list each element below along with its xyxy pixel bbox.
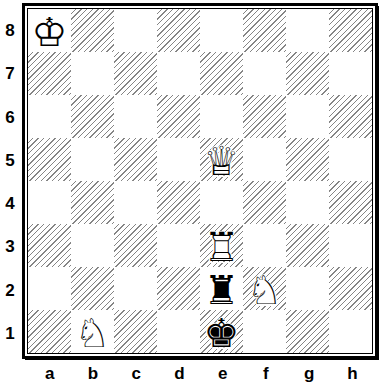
rank-label-2: 2: [0, 269, 20, 312]
rank-label-3: 3: [0, 225, 20, 268]
square-g5[interactable]: [286, 138, 329, 181]
square-f6[interactable]: [243, 95, 286, 138]
square-a4[interactable]: [28, 181, 71, 224]
square-c3[interactable]: [114, 224, 157, 267]
square-g3[interactable]: [286, 224, 329, 267]
square-e1[interactable]: ♚♚: [200, 310, 243, 353]
rank-label-8: 8: [0, 9, 20, 52]
square-f3[interactable]: [243, 224, 286, 267]
square-c1[interactable]: [114, 310, 157, 353]
square-b7[interactable]: [71, 52, 114, 95]
square-h6[interactable]: [329, 95, 372, 138]
file-label-e: e: [201, 361, 244, 387]
square-c2[interactable]: [114, 267, 157, 310]
square-f5[interactable]: [243, 138, 286, 181]
rank-label-5: 5: [0, 139, 20, 182]
file-label-g: g: [288, 361, 331, 387]
board-frame: ♚♔♛♕♜♖♜♜♞♘♞♘♚♚: [22, 3, 378, 359]
square-e8[interactable]: [200, 9, 243, 52]
piece-glyph: ♖: [204, 227, 240, 267]
piece-glyph: ♘: [247, 270, 283, 310]
square-g4[interactable]: [286, 181, 329, 224]
piece-glyph: ♚: [204, 313, 240, 353]
rank-label-6: 6: [0, 96, 20, 139]
square-a3[interactable]: [28, 224, 71, 267]
square-f8[interactable]: [243, 9, 286, 52]
square-c6[interactable]: [114, 95, 157, 138]
file-label-b: b: [71, 361, 114, 387]
square-h7[interactable]: [329, 52, 372, 95]
file-label-h: h: [331, 361, 374, 387]
square-d1[interactable]: [157, 310, 200, 353]
square-a7[interactable]: [28, 52, 71, 95]
piece-glyph: ♜: [204, 270, 240, 310]
square-c7[interactable]: [114, 52, 157, 95]
square-d5[interactable]: [157, 138, 200, 181]
square-a6[interactable]: [28, 95, 71, 138]
square-d3[interactable]: [157, 224, 200, 267]
file-label-c: c: [115, 361, 158, 387]
square-c4[interactable]: [114, 181, 157, 224]
square-e6[interactable]: [200, 95, 243, 138]
square-b5[interactable]: [71, 138, 114, 181]
file-labels: abcdefgh: [28, 361, 374, 387]
chess-diagram: 87654321 ♚♔♛♕♜♖♜♜♞♘♞♘♚♚ abcdefgh: [0, 0, 383, 388]
square-b4[interactable]: [71, 181, 114, 224]
square-e5[interactable]: ♛♕: [200, 138, 243, 181]
square-d2[interactable]: [157, 267, 200, 310]
square-b3[interactable]: [71, 224, 114, 267]
square-h5[interactable]: [329, 138, 372, 181]
square-f1[interactable]: [243, 310, 286, 353]
square-h2[interactable]: [329, 267, 372, 310]
square-b1[interactable]: ♞♘: [71, 310, 114, 353]
chess-board: ♚♔♛♕♜♖♜♜♞♘♞♘♚♚: [27, 8, 373, 354]
square-a2[interactable]: [28, 267, 71, 310]
square-h3[interactable]: [329, 224, 372, 267]
square-e2[interactable]: ♜♜: [200, 267, 243, 310]
square-f7[interactable]: [243, 52, 286, 95]
rank-labels: 87654321: [0, 9, 20, 355]
square-d7[interactable]: [157, 52, 200, 95]
piece-white-knight[interactable]: ♞♘: [243, 267, 286, 310]
piece-white-rook[interactable]: ♜♖: [200, 224, 243, 267]
file-label-a: a: [28, 361, 71, 387]
file-label-f: f: [244, 361, 287, 387]
square-g8[interactable]: [286, 9, 329, 52]
piece-glyph: ♕: [204, 141, 240, 181]
square-a5[interactable]: [28, 138, 71, 181]
rank-label-1: 1: [0, 312, 20, 355]
square-g6[interactable]: [286, 95, 329, 138]
rank-label-7: 7: [0, 52, 20, 95]
square-a1[interactable]: [28, 310, 71, 353]
square-g2[interactable]: [286, 267, 329, 310]
square-h8[interactable]: [329, 9, 372, 52]
square-f2[interactable]: ♞♘: [243, 267, 286, 310]
piece-glyph: ♔: [32, 12, 68, 52]
file-label-d: d: [158, 361, 201, 387]
square-b2[interactable]: [71, 267, 114, 310]
square-g7[interactable]: [286, 52, 329, 95]
piece-white-queen[interactable]: ♛♕: [200, 138, 243, 181]
piece-white-knight[interactable]: ♞♘: [71, 310, 114, 353]
piece-glyph: ♘: [75, 313, 111, 353]
square-b6[interactable]: [71, 95, 114, 138]
square-f4[interactable]: [243, 181, 286, 224]
square-d8[interactable]: [157, 9, 200, 52]
square-e4[interactable]: [200, 181, 243, 224]
square-d6[interactable]: [157, 95, 200, 138]
square-a8[interactable]: ♚♔: [28, 9, 71, 52]
square-h4[interactable]: [329, 181, 372, 224]
piece-black-king[interactable]: ♚♚: [200, 310, 243, 353]
square-e7[interactable]: [200, 52, 243, 95]
square-b8[interactable]: [71, 9, 114, 52]
piece-black-rook[interactable]: ♜♜: [200, 267, 243, 310]
rank-label-4: 4: [0, 182, 20, 225]
piece-white-king[interactable]: ♚♔: [28, 9, 71, 52]
square-d4[interactable]: [157, 181, 200, 224]
square-c5[interactable]: [114, 138, 157, 181]
square-c8[interactable]: [114, 9, 157, 52]
square-e3[interactable]: ♜♖: [200, 224, 243, 267]
square-g1[interactable]: [286, 310, 329, 353]
square-h1[interactable]: [329, 310, 372, 353]
